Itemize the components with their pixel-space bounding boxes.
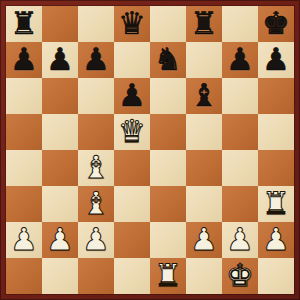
white-rook-piece[interactable]: ♜ (154, 258, 182, 293)
square-b7[interactable]: ♟ (42, 42, 78, 78)
black-pawn-piece[interactable]: ♟ (82, 42, 110, 77)
square-h8[interactable]: ♚ (258, 6, 294, 42)
square-b3[interactable] (42, 186, 78, 222)
black-knight-piece[interactable]: ♞ (154, 42, 182, 77)
square-e4[interactable] (150, 150, 186, 186)
white-queen-piece[interactable]: ♛ (118, 114, 146, 149)
chess-board-frame: ♜♛♜♚♟♟♟♞♟♟♟♝♛♝♝♜♟♟♟♟♟♟♜♚ (0, 0, 300, 300)
square-d2[interactable] (114, 222, 150, 258)
square-h4[interactable] (258, 150, 294, 186)
square-d7[interactable] (114, 42, 150, 78)
white-king-piece[interactable]: ♚ (226, 258, 254, 293)
square-h3[interactable]: ♜ (258, 186, 294, 222)
white-pawn-piece[interactable]: ♟ (10, 222, 38, 257)
square-f4[interactable] (186, 150, 222, 186)
square-d6[interactable]: ♟ (114, 78, 150, 114)
black-queen-piece[interactable]: ♛ (118, 6, 146, 41)
square-c6[interactable] (78, 78, 114, 114)
square-c5[interactable] (78, 114, 114, 150)
black-rook-piece[interactable]: ♜ (10, 6, 38, 41)
black-pawn-piece[interactable]: ♟ (10, 42, 38, 77)
white-pawn-piece[interactable]: ♟ (82, 222, 110, 257)
square-e8[interactable] (150, 6, 186, 42)
white-bishop-piece[interactable]: ♝ (82, 186, 110, 221)
white-pawn-piece[interactable]: ♟ (46, 222, 74, 257)
square-c3[interactable]: ♝ (78, 186, 114, 222)
square-f2[interactable]: ♟ (186, 222, 222, 258)
square-h2[interactable]: ♟ (258, 222, 294, 258)
square-e2[interactable] (150, 222, 186, 258)
chess-board: ♜♛♜♚♟♟♟♞♟♟♟♝♛♝♝♜♟♟♟♟♟♟♜♚ (6, 6, 294, 294)
white-bishop-piece[interactable]: ♝ (82, 150, 110, 185)
white-pawn-piece[interactable]: ♟ (226, 222, 254, 257)
square-f7[interactable] (186, 42, 222, 78)
square-a1[interactable] (6, 258, 42, 294)
square-g6[interactable] (222, 78, 258, 114)
square-b5[interactable] (42, 114, 78, 150)
black-pawn-piece[interactable]: ♟ (46, 42, 74, 77)
square-b8[interactable] (42, 6, 78, 42)
square-d8[interactable]: ♛ (114, 6, 150, 42)
square-b2[interactable]: ♟ (42, 222, 78, 258)
square-h7[interactable]: ♟ (258, 42, 294, 78)
square-h1[interactable] (258, 258, 294, 294)
square-a8[interactable]: ♜ (6, 6, 42, 42)
square-g7[interactable]: ♟ (222, 42, 258, 78)
square-h5[interactable] (258, 114, 294, 150)
square-e1[interactable]: ♜ (150, 258, 186, 294)
square-f3[interactable] (186, 186, 222, 222)
square-g8[interactable] (222, 6, 258, 42)
square-b4[interactable] (42, 150, 78, 186)
square-g1[interactable]: ♚ (222, 258, 258, 294)
square-e3[interactable] (150, 186, 186, 222)
square-e6[interactable] (150, 78, 186, 114)
square-c4[interactable]: ♝ (78, 150, 114, 186)
square-e5[interactable] (150, 114, 186, 150)
square-f8[interactable]: ♜ (186, 6, 222, 42)
square-a5[interactable] (6, 114, 42, 150)
square-g5[interactable] (222, 114, 258, 150)
black-pawn-piece[interactable]: ♟ (262, 42, 290, 77)
square-d3[interactable] (114, 186, 150, 222)
white-pawn-piece[interactable]: ♟ (190, 222, 218, 257)
black-rook-piece[interactable]: ♜ (190, 6, 218, 41)
black-pawn-piece[interactable]: ♟ (118, 78, 146, 113)
square-f1[interactable] (186, 258, 222, 294)
square-g4[interactable] (222, 150, 258, 186)
square-a7[interactable]: ♟ (6, 42, 42, 78)
square-g3[interactable] (222, 186, 258, 222)
black-bishop-piece[interactable]: ♝ (190, 78, 218, 113)
square-c1[interactable] (78, 258, 114, 294)
square-b6[interactable] (42, 78, 78, 114)
square-d1[interactable] (114, 258, 150, 294)
square-f5[interactable] (186, 114, 222, 150)
square-a4[interactable] (6, 150, 42, 186)
square-c8[interactable] (78, 6, 114, 42)
black-pawn-piece[interactable]: ♟ (226, 42, 254, 77)
square-g2[interactable]: ♟ (222, 222, 258, 258)
square-e7[interactable]: ♞ (150, 42, 186, 78)
square-h6[interactable] (258, 78, 294, 114)
square-c7[interactable]: ♟ (78, 42, 114, 78)
square-a3[interactable] (6, 186, 42, 222)
square-b1[interactable] (42, 258, 78, 294)
white-pawn-piece[interactable]: ♟ (262, 222, 290, 257)
square-a2[interactable]: ♟ (6, 222, 42, 258)
square-d5[interactable]: ♛ (114, 114, 150, 150)
square-f6[interactable]: ♝ (186, 78, 222, 114)
black-king-piece[interactable]: ♚ (262, 6, 290, 41)
white-rook-piece[interactable]: ♜ (262, 186, 290, 221)
square-c2[interactable]: ♟ (78, 222, 114, 258)
square-d4[interactable] (114, 150, 150, 186)
square-a6[interactable] (6, 78, 42, 114)
